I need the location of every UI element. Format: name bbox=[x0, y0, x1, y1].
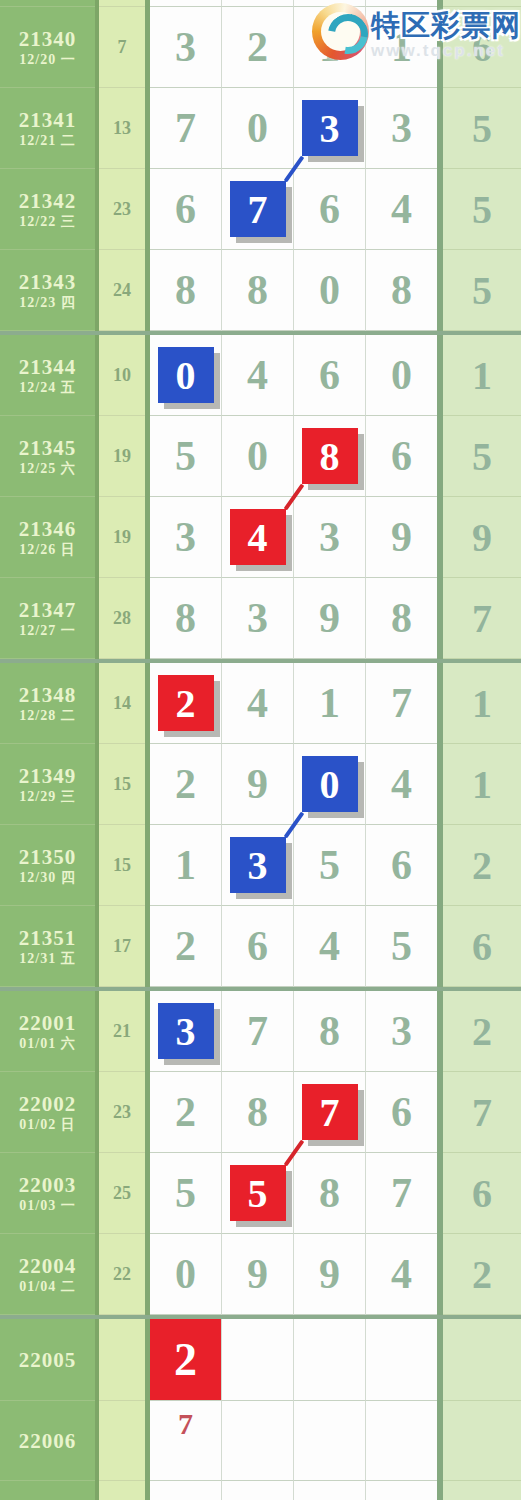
digit: 0 bbox=[391, 351, 412, 399]
digit-cell: 7 bbox=[365, 663, 437, 744]
highlight-red-cell: 8 bbox=[302, 428, 358, 484]
draw-number: 22006 bbox=[19, 1429, 77, 1453]
draw-number: 22003 bbox=[19, 1173, 77, 1197]
digit-cell: 6 bbox=[293, 169, 365, 250]
last-digit-cell: 5 bbox=[443, 416, 521, 497]
sum-cell: 10 bbox=[99, 335, 145, 416]
digit-cell: 5 bbox=[221, 1153, 293, 1234]
draw-row: 21346 12/26 日 19 3 4 3 9 9 bbox=[0, 497, 521, 578]
digit-cell: 6 bbox=[365, 825, 437, 906]
sum-cell: 24 bbox=[99, 250, 145, 331]
lottery-trend-chart: 21340 12/20 一 7 3 2 1 1 6 21341 12/21 二 … bbox=[0, 0, 521, 1500]
site-url-watermark: www.tqcp.net bbox=[371, 41, 521, 61]
digit-cell: 3 bbox=[293, 497, 365, 578]
draw-number: 22005 bbox=[19, 1348, 77, 1372]
digit-cell: 8 bbox=[150, 250, 221, 331]
digit-cell: 0 bbox=[150, 335, 221, 416]
digit: 9 bbox=[391, 513, 412, 561]
site-logo-text: 特区彩票网 www.tqcp.net bbox=[371, 9, 521, 61]
highlight-blue-cell: 0 bbox=[302, 756, 358, 812]
draw-row: 22005 2 bbox=[0, 1319, 521, 1401]
draw-label-cell: 21341 12/21 二 bbox=[0, 88, 95, 169]
draw-label-cell: 22004 01/04 二 bbox=[0, 1234, 95, 1315]
sum-cell: 25 bbox=[99, 1153, 145, 1234]
last-digit-cell: 7 bbox=[443, 578, 521, 659]
digit-cell: 9 bbox=[365, 497, 437, 578]
digit: 8 bbox=[391, 594, 412, 642]
digit-cell bbox=[221, 1481, 293, 1500]
draw-date: 12/26 日 bbox=[19, 541, 75, 558]
digit-cell: 7 bbox=[365, 1153, 437, 1234]
last-digit-cell: 5 bbox=[443, 250, 521, 331]
digit-cell: 0 bbox=[221, 88, 293, 169]
digit: 5 bbox=[175, 1169, 196, 1217]
sum-cell: 15 bbox=[99, 825, 145, 906]
digit-cell: 7 bbox=[150, 88, 221, 169]
draw-date: 01/02 日 bbox=[19, 1116, 75, 1133]
sum-cell bbox=[99, 1401, 145, 1481]
digit-cell: 5 bbox=[293, 825, 365, 906]
digit: 3 bbox=[319, 513, 340, 561]
digit-cell: 3 bbox=[150, 497, 221, 578]
digit-cell bbox=[150, 1481, 221, 1500]
last-digit-cell: 5 bbox=[443, 88, 521, 169]
last-digit-cell: 1 bbox=[443, 663, 521, 744]
draw-number: 22004 bbox=[19, 1254, 77, 1278]
digit-cell: 2 bbox=[221, 7, 293, 88]
draw-date: 12/23 四 bbox=[19, 294, 75, 311]
draw-number: 22001 bbox=[19, 1011, 77, 1035]
draw-label-cell: 21348 12/28 二 bbox=[0, 663, 95, 744]
sum-cell: 19 bbox=[99, 497, 145, 578]
sum-cell bbox=[99, 0, 145, 7]
digit-cell: 6 bbox=[293, 335, 365, 416]
digit-cell: 7 bbox=[221, 169, 293, 250]
sum-cell: 23 bbox=[99, 169, 145, 250]
digit-cell: 9 bbox=[293, 578, 365, 659]
highlight-blue-cell: 7 bbox=[230, 181, 286, 237]
digit: 4 bbox=[391, 185, 412, 233]
digit-cell: 5 bbox=[365, 906, 437, 987]
digit-cell: 3 bbox=[150, 7, 221, 88]
draw-label-cell: 21344 12/24 五 bbox=[0, 335, 95, 416]
draw-label-cell: 22003 01/03 一 bbox=[0, 1153, 95, 1234]
draw-number: 21347 bbox=[19, 598, 77, 622]
digit-cell bbox=[365, 1401, 437, 1481]
digit-cell bbox=[293, 1401, 365, 1481]
digit-cell: 3 bbox=[150, 991, 221, 1072]
draw-date: 12/25 六 bbox=[19, 460, 75, 477]
highlight-blue-cell: 3 bbox=[302, 100, 358, 156]
draw-date: 12/21 二 bbox=[19, 132, 75, 149]
digit-cell: 2 bbox=[150, 1319, 221, 1401]
digit-cell bbox=[293, 1481, 365, 1500]
highlight-red-cell: 2 bbox=[158, 675, 214, 731]
draw-date: 12/28 二 bbox=[19, 707, 75, 724]
draw-label-cell: 21345 12/25 六 bbox=[0, 416, 95, 497]
digit-cell: 0 bbox=[221, 416, 293, 497]
digit-cell: 6 bbox=[150, 169, 221, 250]
digit: 7 bbox=[391, 1169, 412, 1217]
sum-cell bbox=[99, 1319, 145, 1401]
draw-number: 21342 bbox=[19, 189, 77, 213]
draw-label-cell: 21349 12/29 三 bbox=[0, 744, 95, 825]
digit: 8 bbox=[175, 266, 196, 314]
draw-row: 21347 12/27 一 28 8 3 9 8 7 bbox=[0, 578, 521, 659]
draw-label-cell bbox=[0, 0, 95, 7]
draw-row: 21343 12/23 四 24 8 8 0 8 5 bbox=[0, 250, 521, 331]
draw-label-cell: 22002 01/02 日 bbox=[0, 1072, 95, 1153]
digit-cell: 8 bbox=[221, 250, 293, 331]
digit-cell: 6 bbox=[365, 1072, 437, 1153]
last-digit-cell bbox=[443, 1481, 521, 1500]
digit: 8 bbox=[319, 1007, 340, 1055]
highlight-bigred-cell: 2 bbox=[150, 1319, 221, 1400]
draw-number: 22002 bbox=[19, 1092, 77, 1116]
digit-cell: 2 bbox=[150, 663, 221, 744]
draw-date: 01/01 六 bbox=[19, 1035, 75, 1052]
draw-date: 12/22 三 bbox=[19, 213, 75, 230]
digit-cell: 1 bbox=[150, 825, 221, 906]
digit: 5 bbox=[175, 432, 196, 480]
draw-row: 21348 12/28 二 14 2 4 1 7 1 bbox=[0, 663, 521, 744]
last-digit-cell: 9 bbox=[443, 497, 521, 578]
digit-cell: 2 bbox=[150, 744, 221, 825]
last-digit-cell: 1 bbox=[443, 744, 521, 825]
digit-cell: 4 bbox=[221, 663, 293, 744]
digit: 9 bbox=[247, 1250, 268, 1298]
digit-cell bbox=[221, 1319, 293, 1401]
digit-cell: 4 bbox=[293, 906, 365, 987]
draw-number: 21341 bbox=[19, 108, 77, 132]
draw-row: 22004 01/04 二 22 0 9 9 4 2 bbox=[0, 1234, 521, 1315]
digit: 9 bbox=[319, 594, 340, 642]
digit-cell bbox=[365, 1481, 437, 1500]
digit-cell bbox=[221, 1401, 293, 1481]
draw-label-cell: 21346 12/26 日 bbox=[0, 497, 95, 578]
draw-row: 21350 12/30 四 15 1 3 5 6 2 bbox=[0, 825, 521, 906]
draw-row: 22001 01/01 六 21 3 7 8 3 2 bbox=[0, 991, 521, 1072]
last-digit-cell: 6 bbox=[443, 1153, 521, 1234]
draw-row: 21341 12/21 二 13 7 0 3 3 5 bbox=[0, 88, 521, 169]
digit: 4 bbox=[391, 1250, 412, 1298]
digit-cell: 1 bbox=[293, 663, 365, 744]
highlight-red-cell: 4 bbox=[230, 509, 286, 565]
digit-cell: 6 bbox=[365, 416, 437, 497]
digit-cell: 7 bbox=[221, 991, 293, 1072]
last-digit-cell: 1 bbox=[443, 335, 521, 416]
swirl-logo-icon bbox=[312, 3, 369, 60]
digit: 4 bbox=[247, 679, 268, 727]
digit: 6 bbox=[391, 841, 412, 889]
draw-number: 21348 bbox=[19, 683, 77, 707]
digit: 6 bbox=[247, 922, 268, 970]
draw-label-cell: 22001 01/01 六 bbox=[0, 991, 95, 1072]
draw-date: 12/31 五 bbox=[19, 950, 75, 967]
draw-number: 21340 bbox=[19, 27, 77, 51]
digit: 0 bbox=[247, 104, 268, 152]
digit-cell: 9 bbox=[221, 1234, 293, 1315]
digit: 3 bbox=[175, 513, 196, 561]
digit-cell: 4 bbox=[221, 497, 293, 578]
digit-cell: 4 bbox=[365, 1234, 437, 1315]
draw-label-cell: 22006 bbox=[0, 1401, 95, 1481]
digit-cell: 8 bbox=[293, 1153, 365, 1234]
digit-cell: 3 bbox=[221, 825, 293, 906]
digit: 0 bbox=[319, 266, 340, 314]
draw-row: 21345 12/25 六 19 5 0 8 6 5 bbox=[0, 416, 521, 497]
sum-cell: 15 bbox=[99, 744, 145, 825]
draw-number: 21350 bbox=[19, 845, 77, 869]
highlight-blue-cell: 3 bbox=[158, 1003, 214, 1059]
digit: 3 bbox=[391, 1007, 412, 1055]
draw-row: 21344 12/24 五 10 0 4 6 0 1 bbox=[0, 335, 521, 416]
digit: 3 bbox=[175, 23, 196, 71]
site-logo[interactable]: 特区彩票网 www.tqcp.net bbox=[312, 3, 521, 61]
draw-date: 12/27 一 bbox=[19, 622, 75, 639]
digit: 9 bbox=[319, 1250, 340, 1298]
digit: 8 bbox=[391, 266, 412, 314]
site-name: 特区彩票网 bbox=[371, 9, 521, 41]
digit: 2 bbox=[175, 922, 196, 970]
last-digit-cell bbox=[443, 1401, 521, 1481]
digit: 6 bbox=[319, 351, 340, 399]
digit: 8 bbox=[319, 1169, 340, 1217]
digit: 2 bbox=[175, 1088, 196, 1136]
digit: 5 bbox=[319, 841, 340, 889]
draw-row: 21349 12/29 三 15 2 9 0 4 1 bbox=[0, 744, 521, 825]
digit: 4 bbox=[319, 922, 340, 970]
highlight-blue-cell: 3 bbox=[230, 837, 286, 893]
digit-cell: 8 bbox=[221, 1072, 293, 1153]
digit: 3 bbox=[247, 594, 268, 642]
draw-date: 12/24 五 bbox=[19, 379, 75, 396]
digit: 6 bbox=[391, 1088, 412, 1136]
sum-cell: 13 bbox=[99, 88, 145, 169]
draw-label-cell: 21340 12/20 一 bbox=[0, 7, 95, 88]
highlight-red-cell: 5 bbox=[230, 1165, 286, 1221]
draw-row: 22006 7 bbox=[0, 1401, 521, 1481]
last-digit-cell: 2 bbox=[443, 1234, 521, 1315]
digit-cell: 0 bbox=[293, 250, 365, 331]
draw-label-cell: 21347 12/27 一 bbox=[0, 578, 95, 659]
digit: 8 bbox=[247, 266, 268, 314]
digit-cell bbox=[150, 0, 221, 7]
digit: 4 bbox=[391, 760, 412, 808]
digit-cell: 3 bbox=[365, 88, 437, 169]
digit-cell: 0 bbox=[150, 1234, 221, 1315]
digit-cell: 4 bbox=[365, 744, 437, 825]
digit-cell bbox=[221, 0, 293, 7]
digit-cell: 9 bbox=[293, 1234, 365, 1315]
draw-number: 21345 bbox=[19, 436, 77, 460]
digit: 0 bbox=[175, 1250, 196, 1298]
digit: 9 bbox=[247, 760, 268, 808]
digit-cell: 5 bbox=[150, 416, 221, 497]
sum-cell: 19 bbox=[99, 416, 145, 497]
digit: 2 bbox=[247, 23, 268, 71]
sum-cell: 23 bbox=[99, 1072, 145, 1153]
highlight-blue-cell: 0 bbox=[158, 347, 214, 403]
sum-cell: 17 bbox=[99, 906, 145, 987]
digit-cell: 7 bbox=[150, 1401, 221, 1481]
sum-cell: 14 bbox=[99, 663, 145, 744]
draw-label-cell: 21342 12/22 三 bbox=[0, 169, 95, 250]
draw-number: 21351 bbox=[19, 926, 77, 950]
draw-row: 22003 01/03 一 25 5 5 8 7 6 bbox=[0, 1153, 521, 1234]
digit-cell: 8 bbox=[293, 991, 365, 1072]
digit: 6 bbox=[175, 185, 196, 233]
digit-cell: 8 bbox=[365, 578, 437, 659]
draw-row: 22002 01/02 日 23 2 8 7 6 7 bbox=[0, 1072, 521, 1153]
draw-label-cell: 22005 bbox=[0, 1319, 95, 1401]
digit-cell: 2 bbox=[150, 906, 221, 987]
draw-date: 01/03 一 bbox=[19, 1197, 75, 1214]
draw-label-cell: 21351 12/31 五 bbox=[0, 906, 95, 987]
draw-date: 12/30 四 bbox=[19, 869, 75, 886]
digit: 2 bbox=[175, 760, 196, 808]
draw-date: 01/04 二 bbox=[19, 1278, 75, 1295]
sum-cell: 21 bbox=[99, 991, 145, 1072]
digit-cell: 0 bbox=[365, 335, 437, 416]
digit-cell: 6 bbox=[221, 906, 293, 987]
last-digit-cell bbox=[443, 1319, 521, 1401]
digit-cell: 3 bbox=[365, 991, 437, 1072]
draw-label-cell bbox=[0, 1481, 95, 1500]
sum-cell: 28 bbox=[99, 578, 145, 659]
digit-cell: 8 bbox=[150, 578, 221, 659]
digit-cell: 4 bbox=[365, 169, 437, 250]
highlight-pending-cell: 7 bbox=[178, 1407, 193, 1441]
last-digit-cell: 7 bbox=[443, 1072, 521, 1153]
digit-cell: 3 bbox=[221, 578, 293, 659]
digit-cell bbox=[365, 1319, 437, 1401]
digit: 7 bbox=[175, 104, 196, 152]
digit: 1 bbox=[319, 679, 340, 727]
digit: 6 bbox=[319, 185, 340, 233]
draw-row: 21351 12/31 五 17 2 6 4 5 6 bbox=[0, 906, 521, 987]
digit: 8 bbox=[175, 594, 196, 642]
draw-number: 21344 bbox=[19, 355, 77, 379]
digit: 5 bbox=[391, 922, 412, 970]
digit: 7 bbox=[391, 679, 412, 727]
digit: 0 bbox=[247, 432, 268, 480]
draw-number: 21343 bbox=[19, 270, 77, 294]
partial-row-bottom bbox=[0, 1481, 521, 1500]
sum-cell: 7 bbox=[99, 7, 145, 88]
digit-cell: 4 bbox=[221, 335, 293, 416]
digit-cell: 2 bbox=[150, 1072, 221, 1153]
sum-cell: 22 bbox=[99, 1234, 145, 1315]
digit-cell: 8 bbox=[365, 250, 437, 331]
draw-date: 12/29 三 bbox=[19, 788, 75, 805]
draw-label-cell: 21350 12/30 四 bbox=[0, 825, 95, 906]
digit: 4 bbox=[247, 351, 268, 399]
draw-number: 21346 bbox=[19, 517, 77, 541]
digit: 3 bbox=[391, 104, 412, 152]
draw-date: 12/20 一 bbox=[19, 51, 75, 68]
digit-cell: 5 bbox=[150, 1153, 221, 1234]
digit: 1 bbox=[175, 841, 196, 889]
draw-label-cell: 21343 12/23 四 bbox=[0, 250, 95, 331]
highlight-red-cell: 7 bbox=[302, 1084, 358, 1140]
last-digit-cell: 2 bbox=[443, 991, 521, 1072]
draw-row: 21342 12/22 三 23 6 7 6 4 5 bbox=[0, 169, 521, 250]
digit-cell bbox=[293, 1319, 365, 1401]
sum-cell bbox=[99, 1481, 145, 1500]
digit: 8 bbox=[247, 1088, 268, 1136]
draw-number: 21349 bbox=[19, 764, 77, 788]
last-digit-cell: 6 bbox=[443, 906, 521, 987]
digit-cell: 9 bbox=[221, 744, 293, 825]
digit: 6 bbox=[391, 432, 412, 480]
last-digit-cell: 5 bbox=[443, 169, 521, 250]
last-digit-cell: 2 bbox=[443, 825, 521, 906]
digit: 7 bbox=[247, 1007, 268, 1055]
